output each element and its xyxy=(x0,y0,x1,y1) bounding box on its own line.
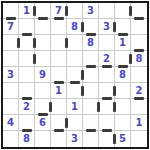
cell-r8c7[interactable] xyxy=(99,115,115,131)
cell-r9c3[interactable] xyxy=(35,131,51,147)
cell-r5c9[interactable] xyxy=(131,67,147,83)
given-digit: 1 xyxy=(119,38,126,48)
cell-r6c2[interactable] xyxy=(19,83,35,99)
given-digit: 1 xyxy=(55,86,62,96)
cell-r5c6[interactable] xyxy=(83,67,99,83)
cell-r6c1[interactable] xyxy=(3,83,19,99)
cell-r8c3[interactable]: 6 xyxy=(35,115,51,131)
cell-r1c5[interactable] xyxy=(67,3,83,19)
cell-r3c6[interactable]: 8 xyxy=(83,35,99,51)
given-digit: 4 xyxy=(7,118,14,128)
cell-r4c2[interactable] xyxy=(19,51,35,67)
given-digit: 1 xyxy=(71,102,78,112)
cell-r5c3[interactable]: 9 xyxy=(35,67,51,83)
cell-r3c7[interactable] xyxy=(99,35,115,51)
puzzle-screen: 17378381283981221461835 xyxy=(0,0,150,150)
cell-r7c5[interactable]: 1 xyxy=(67,99,83,115)
cell-r5c2[interactable] xyxy=(19,67,35,83)
cell-r4c4[interactable] xyxy=(51,51,67,67)
cell-r2c1[interactable]: 7 xyxy=(3,19,19,35)
cell-r2c9[interactable] xyxy=(131,19,147,35)
given-digit: 3 xyxy=(7,70,14,80)
cell-r9c5[interactable]: 3 xyxy=(67,131,83,147)
given-digit: 8 xyxy=(71,22,78,32)
cell-r6c4[interactable]: 1 xyxy=(51,83,67,99)
cell-r3c4[interactable] xyxy=(51,35,67,51)
cell-r7c9[interactable] xyxy=(131,99,147,115)
cell-r2c2[interactable] xyxy=(19,19,35,35)
cell-r4c6[interactable] xyxy=(83,51,99,67)
cell-r1c6[interactable]: 3 xyxy=(83,3,99,19)
cell-r8c8[interactable] xyxy=(115,115,131,131)
given-digit: 9 xyxy=(39,70,46,80)
cell-r9c7[interactable] xyxy=(99,131,115,147)
given-digit: 7 xyxy=(55,6,62,16)
cell-r1c1[interactable] xyxy=(3,3,19,19)
given-digit: 8 xyxy=(119,70,126,80)
given-digit: 1 xyxy=(23,6,30,16)
cell-r3c1[interactable] xyxy=(3,35,19,51)
cell-r5c8[interactable]: 8 xyxy=(115,67,131,83)
cell-r9c9[interactable] xyxy=(131,131,147,147)
cell-r7c4[interactable] xyxy=(51,99,67,115)
given-digit: 5 xyxy=(119,134,126,144)
cell-r9c6[interactable] xyxy=(83,131,99,147)
cell-r8c6[interactable] xyxy=(83,115,99,131)
given-digit: 3 xyxy=(87,6,94,16)
given-digit: 2 xyxy=(103,54,110,64)
cell-r8c2[interactable] xyxy=(19,115,35,131)
cell-r6c9[interactable]: 2 xyxy=(131,83,147,99)
cell-r1c3[interactable] xyxy=(35,3,51,19)
given-digit: 3 xyxy=(71,134,78,144)
cell-r4c5[interactable] xyxy=(67,51,83,67)
cell-r1c8[interactable] xyxy=(115,3,131,19)
cell-r2c5[interactable]: 8 xyxy=(67,19,83,35)
cell-r7c7[interactable] xyxy=(99,99,115,115)
given-digit: 7 xyxy=(7,22,14,32)
puzzle-board: 17378381283981221461835 xyxy=(1,1,149,149)
cell-r3c3[interactable] xyxy=(35,35,51,51)
cell-r9c4[interactable] xyxy=(51,131,67,147)
cell-r4c9[interactable]: 8 xyxy=(131,51,147,67)
cell-r6c3[interactable] xyxy=(35,83,51,99)
cell-r8c5[interactable] xyxy=(67,115,83,131)
cell-r4c3[interactable] xyxy=(35,51,51,67)
cell-r9c1[interactable] xyxy=(3,131,19,147)
cell-r7c3[interactable] xyxy=(35,99,51,115)
cell-r2c7[interactable]: 3 xyxy=(99,19,115,35)
cell-r2c4[interactable] xyxy=(51,19,67,35)
given-digit: 6 xyxy=(39,118,46,128)
cell-r7c8[interactable] xyxy=(115,99,131,115)
cell-r7c2[interactable]: 2 xyxy=(19,99,35,115)
cell-r7c1[interactable] xyxy=(3,99,19,115)
given-digit: 8 xyxy=(87,38,94,48)
cell-r6c5[interactable] xyxy=(67,83,83,99)
cell-r5c5[interactable] xyxy=(67,67,83,83)
cell-r5c1[interactable]: 3 xyxy=(3,67,19,83)
cell-r2c6[interactable] xyxy=(83,19,99,35)
cell-r3c9[interactable] xyxy=(131,35,147,51)
cell-r6c8[interactable] xyxy=(115,83,131,99)
cell-r4c1[interactable] xyxy=(3,51,19,67)
cell-r1c7[interactable] xyxy=(99,3,115,19)
cell-r1c9[interactable] xyxy=(131,3,147,19)
given-digit: 3 xyxy=(103,22,110,32)
cell-r9c2[interactable]: 8 xyxy=(19,131,35,147)
cell-r3c2[interactable] xyxy=(19,35,35,51)
cell-r4c7[interactable]: 2 xyxy=(99,51,115,67)
cell-r7c6[interactable] xyxy=(83,99,99,115)
cell-r5c7[interactable] xyxy=(99,67,115,83)
given-digit: 1 xyxy=(136,118,143,128)
given-digit: 8 xyxy=(23,134,30,144)
given-digit: 2 xyxy=(136,86,143,96)
cell-r6c7[interactable] xyxy=(99,83,115,99)
cell-r4c8[interactable] xyxy=(115,51,131,67)
given-digit: 2 xyxy=(23,102,30,112)
cell-r6c6[interactable] xyxy=(83,83,99,99)
cell-r8c1[interactable]: 4 xyxy=(3,115,19,131)
cell-r2c3[interactable] xyxy=(35,19,51,35)
cell-r2c8[interactable] xyxy=(115,19,131,35)
cell-r3c5[interactable] xyxy=(67,35,83,51)
cell-r1c4[interactable]: 7 xyxy=(51,3,67,19)
given-digit: 8 xyxy=(136,54,143,64)
cell-r1c2[interactable]: 1 xyxy=(19,3,35,19)
cell-r8c4[interactable] xyxy=(51,115,67,131)
cell-r9c8[interactable]: 5 xyxy=(115,131,131,147)
cell-r3c8[interactable]: 1 xyxy=(115,35,131,51)
cell-r5c4[interactable] xyxy=(51,67,67,83)
cell-r8c9[interactable]: 1 xyxy=(131,115,147,131)
